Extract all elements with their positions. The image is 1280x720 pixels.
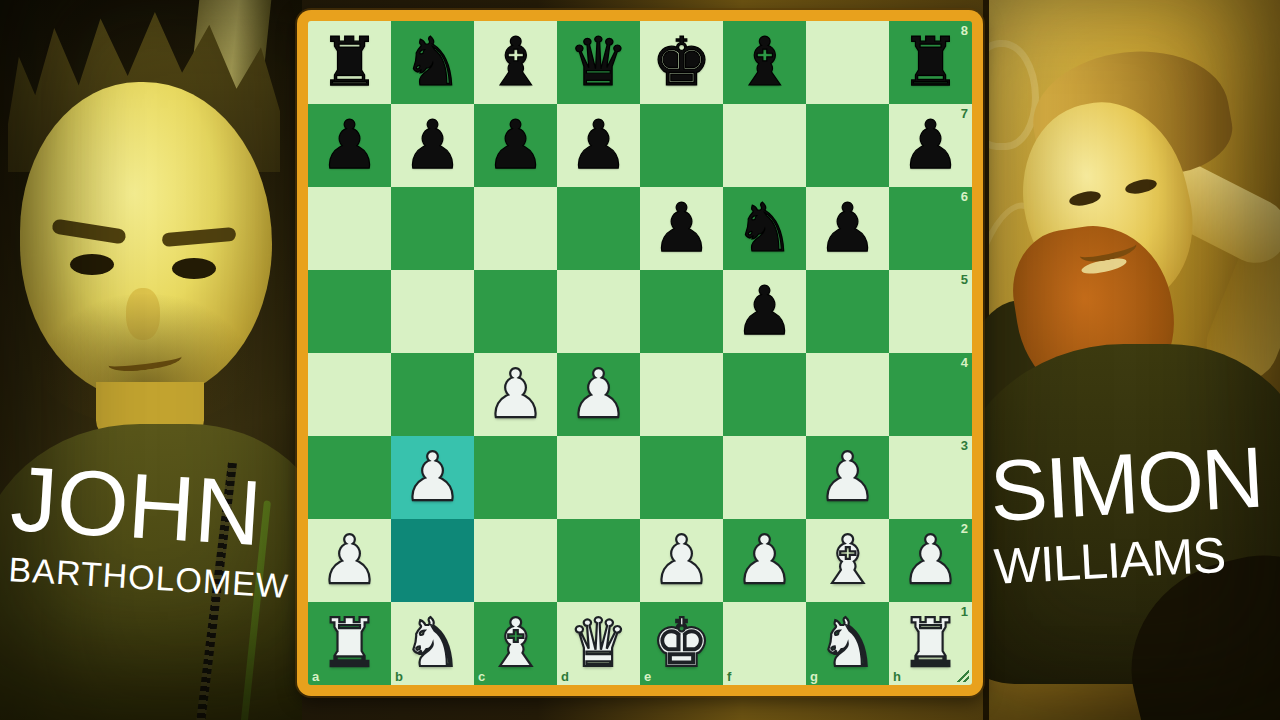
square-c1[interactable]: ♝c (474, 602, 557, 685)
square-g6[interactable]: ♟ (806, 187, 889, 270)
left-photo-vignette (0, 0, 302, 720)
white-rook-h1[interactable]: ♜ (889, 602, 972, 685)
right-player-first-name: SIMON (988, 434, 1264, 534)
square-d7[interactable]: ♟ (557, 104, 640, 187)
square-b4[interactable] (391, 353, 474, 436)
square-h8[interactable]: ♜8 (889, 21, 972, 104)
black-knight-f6[interactable]: ♞ (723, 187, 806, 270)
black-queen-d8[interactable]: ♛ (557, 21, 640, 104)
square-b5[interactable] (391, 270, 474, 353)
square-c5[interactable] (474, 270, 557, 353)
square-a2[interactable]: ♟ (308, 519, 391, 602)
rank-label-5: 5 (961, 273, 968, 286)
square-c2[interactable] (474, 519, 557, 602)
file-label-d: d (561, 670, 569, 683)
square-g5[interactable] (806, 270, 889, 353)
square-e5[interactable] (640, 270, 723, 353)
black-king-e8[interactable]: ♚ (640, 21, 723, 104)
square-a7[interactable]: ♟ (308, 104, 391, 187)
white-knight-b1[interactable]: ♞ (391, 602, 474, 685)
black-knight-b8[interactable]: ♞ (391, 21, 474, 104)
square-c4[interactable]: ♟ (474, 353, 557, 436)
rank-label-3: 3 (961, 439, 968, 452)
square-f5[interactable]: ♟ (723, 270, 806, 353)
left-player-caption: JOHN BARTHOLOMEW (6, 452, 296, 606)
square-f1[interactable]: f (723, 602, 806, 685)
white-rook-a1[interactable]: ♜ (308, 602, 391, 685)
square-b1[interactable]: ♞b (391, 602, 474, 685)
white-pawn-g3[interactable]: ♟ (806, 436, 889, 519)
square-d4[interactable]: ♟ (557, 353, 640, 436)
white-queen-d1[interactable]: ♛ (557, 602, 640, 685)
square-f7[interactable] (723, 104, 806, 187)
black-bishop-c8[interactable]: ♝ (474, 21, 557, 104)
square-e4[interactable] (640, 353, 723, 436)
white-bishop-g2[interactable]: ♝ (806, 519, 889, 602)
black-pawn-a7[interactable]: ♟ (308, 104, 391, 187)
square-d1[interactable]: ♛d (557, 602, 640, 685)
square-b7[interactable]: ♟ (391, 104, 474, 187)
black-pawn-c7[interactable]: ♟ (474, 104, 557, 187)
square-e6[interactable]: ♟ (640, 187, 723, 270)
black-bishop-f8[interactable]: ♝ (723, 21, 806, 104)
file-label-b: b (395, 670, 403, 683)
right-player-caption: SIMON WILLIAMS (988, 434, 1267, 596)
black-rook-h8[interactable]: ♜ (889, 21, 972, 104)
white-pawn-f2[interactable]: ♟ (723, 519, 806, 602)
rank-label-2: 2 (961, 522, 968, 535)
square-h4[interactable]: 4 (889, 353, 972, 436)
square-h3[interactable]: 3 (889, 436, 972, 519)
black-rook-a8[interactable]: ♜ (308, 21, 391, 104)
square-d6[interactable] (557, 187, 640, 270)
chess-board-frame: ♜♞♝♛♚♝♜8♟♟♟♟♟7♟♞♟6♟5♟♟4♟♟3♟♟♟♝♟2♜a♞b♝c♛d… (297, 10, 983, 696)
square-b6[interactable] (391, 187, 474, 270)
left-player-first-name: JOHN (8, 452, 296, 561)
square-a6[interactable] (308, 187, 391, 270)
square-d2[interactable] (557, 519, 640, 602)
square-d8[interactable]: ♛ (557, 21, 640, 104)
square-f3[interactable] (723, 436, 806, 519)
square-a5[interactable] (308, 270, 391, 353)
square-b3[interactable]: ♟ (391, 436, 474, 519)
rank-label-7: 7 (961, 107, 968, 120)
square-h2[interactable]: ♟2 (889, 519, 972, 602)
square-h1[interactable]: ♜1h (889, 602, 972, 685)
white-pawn-c4[interactable]: ♟ (474, 353, 557, 436)
right-photo-vignette (983, 0, 1280, 720)
square-a1[interactable]: ♜a (308, 602, 391, 685)
square-c7[interactable]: ♟ (474, 104, 557, 187)
square-g8[interactable] (806, 21, 889, 104)
square-g2[interactable]: ♝ (806, 519, 889, 602)
right-player-photo: SIMON WILLIAMS (983, 0, 1280, 720)
square-e7[interactable] (640, 104, 723, 187)
file-label-e: e (644, 670, 651, 683)
rank-label-4: 4 (961, 356, 968, 369)
white-bishop-c1[interactable]: ♝ (474, 602, 557, 685)
black-pawn-e6[interactable]: ♟ (640, 187, 723, 270)
square-f4[interactable] (723, 353, 806, 436)
white-pawn-h2[interactable]: ♟ (889, 519, 972, 602)
square-f2[interactable]: ♟ (723, 519, 806, 602)
file-label-g: g (810, 670, 818, 683)
square-h6[interactable]: 6 (889, 187, 972, 270)
white-pawn-e2[interactable]: ♟ (640, 519, 723, 602)
left-player-photo: JOHN BARTHOLOMEW (0, 0, 302, 720)
white-knight-g1[interactable]: ♞ (806, 602, 889, 685)
square-e2[interactable]: ♟ (640, 519, 723, 602)
rank-label-6: 6 (961, 190, 968, 203)
square-f6[interactable]: ♞ (723, 187, 806, 270)
square-d3[interactable] (557, 436, 640, 519)
square-b2[interactable] (391, 519, 474, 602)
chess-board: ♜♞♝♛♚♝♜8♟♟♟♟♟7♟♞♟6♟5♟♟4♟♟3♟♟♟♝♟2♜a♞b♝c♛d… (308, 21, 972, 685)
square-d5[interactable] (557, 270, 640, 353)
square-c6[interactable] (474, 187, 557, 270)
black-pawn-h7[interactable]: ♟ (889, 104, 972, 187)
black-pawn-f5[interactable]: ♟ (723, 270, 806, 353)
file-label-c: c (478, 670, 485, 683)
square-h5[interactable]: 5 (889, 270, 972, 353)
white-pawn-a2[interactable]: ♟ (308, 519, 391, 602)
white-king-e1[interactable]: ♚ (640, 602, 723, 685)
square-a3[interactable] (308, 436, 391, 519)
square-a8[interactable]: ♜ (308, 21, 391, 104)
file-label-a: a (312, 670, 319, 683)
square-g7[interactable] (806, 104, 889, 187)
black-pawn-g6[interactable]: ♟ (806, 187, 889, 270)
square-e8[interactable]: ♚ (640, 21, 723, 104)
square-g1[interactable]: ♞g (806, 602, 889, 685)
square-e1[interactable]: ♚e (640, 602, 723, 685)
white-pawn-d4[interactable]: ♟ (557, 353, 640, 436)
file-label-h: h (893, 670, 901, 683)
file-label-f: f (727, 670, 731, 683)
white-pawn-b3[interactable]: ♟ (391, 436, 474, 519)
square-g4[interactable] (806, 353, 889, 436)
square-c3[interactable] (474, 436, 557, 519)
rank-label-8: 8 (961, 24, 968, 37)
square-g3[interactable]: ♟ (806, 436, 889, 519)
black-pawn-d7[interactable]: ♟ (557, 104, 640, 187)
square-a4[interactable] (308, 353, 391, 436)
square-h7[interactable]: ♟7 (889, 104, 972, 187)
square-e3[interactable] (640, 436, 723, 519)
rank-label-1: 1 (961, 605, 968, 618)
square-f8[interactable]: ♝ (723, 21, 806, 104)
square-b8[interactable]: ♞ (391, 21, 474, 104)
black-pawn-b7[interactable]: ♟ (391, 104, 474, 187)
square-c8[interactable]: ♝ (474, 21, 557, 104)
